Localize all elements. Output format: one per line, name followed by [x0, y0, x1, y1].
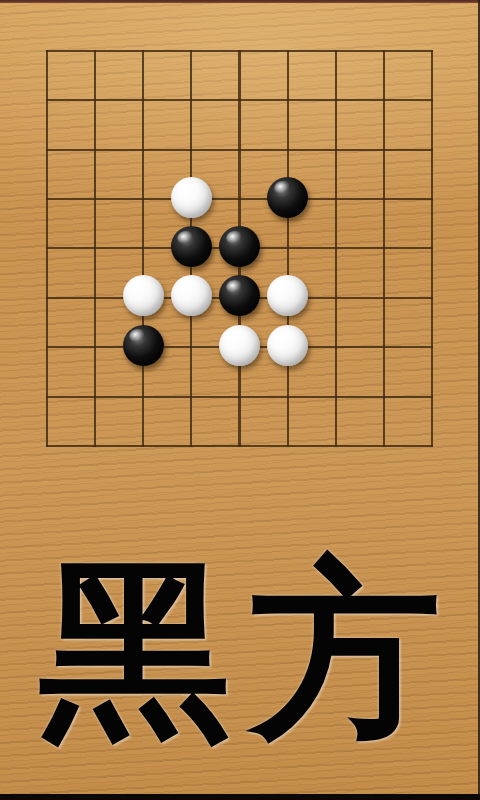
bottom-edge-strip — [0, 794, 480, 800]
white-stone — [171, 177, 212, 218]
black-stone — [219, 226, 260, 267]
turn-indicator-label: 黑方 — [0, 548, 480, 752]
black-stone — [267, 177, 308, 218]
gomoku-game-screen: 黑方 — [0, 0, 480, 800]
top-edge-strip — [0, 0, 480, 3]
gomoku-board[interactable] — [46, 50, 433, 447]
white-stone — [219, 325, 260, 366]
white-stone — [123, 275, 164, 316]
white-stone — [171, 275, 212, 316]
black-stone — [219, 275, 260, 316]
white-stone — [267, 325, 308, 366]
white-stone — [267, 275, 308, 316]
black-stone — [171, 226, 212, 267]
black-stone — [123, 325, 164, 366]
